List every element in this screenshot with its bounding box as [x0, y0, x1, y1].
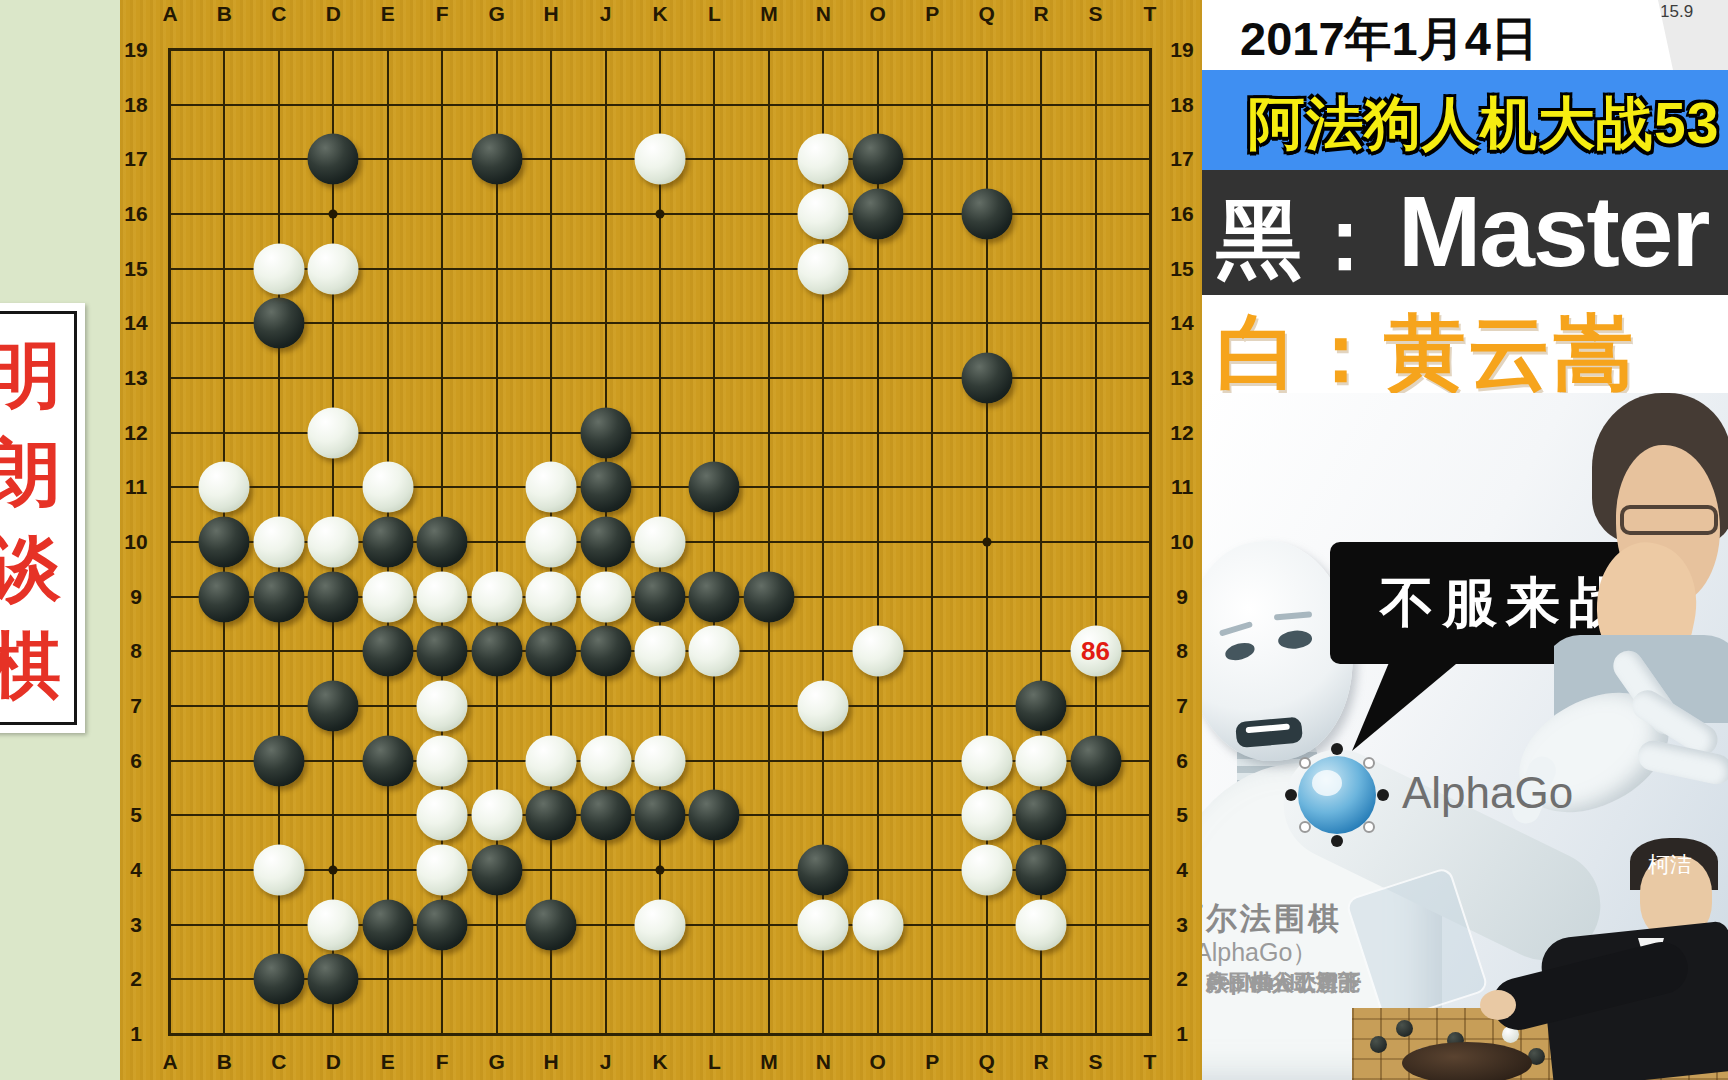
calligraphy-char-1: 明 — [0, 332, 68, 418]
coord-label-top: R — [1019, 2, 1063, 26]
stone-black-E6 — [362, 735, 413, 786]
stone-black-K9 — [634, 571, 685, 622]
coord-label-right: 10 — [1160, 530, 1204, 554]
black-player-row: 黑： Master — [1202, 170, 1728, 295]
alphago-logo-icon — [1285, 743, 1389, 847]
coord-label-bottom: R — [1019, 1050, 1063, 1074]
stone-white-L8 — [689, 626, 740, 677]
coord-label-left: 12 — [114, 421, 158, 445]
coord-label-right: 16 — [1160, 202, 1204, 226]
robot-brow — [1274, 611, 1312, 620]
coord-label-bottom: L — [692, 1050, 736, 1074]
stone-white-G9 — [471, 571, 522, 622]
coord-label-right: 14 — [1160, 311, 1204, 335]
coord-label-right: 2 — [1160, 967, 1204, 991]
coord-label-top: A — [148, 2, 192, 26]
stone-white-K10 — [634, 517, 685, 568]
stone-black-L11 — [689, 462, 740, 513]
caption-heading: 阿尔法围棋 — [1202, 898, 1342, 940]
stone-black-O17 — [852, 134, 903, 185]
stone-white-H6 — [526, 735, 577, 786]
stone-black-J12 — [580, 407, 631, 458]
info-panel: 2017年1月4日 15.9 阿法狗人机大战53 黑： Master 白：黄云嵩 — [1202, 0, 1728, 1080]
photo-area: 不服来战 — [1202, 393, 1728, 1080]
caption-subheading: （AlphaGo） — [1202, 936, 1317, 969]
stone-white-F5 — [417, 790, 468, 841]
stone-black-R4 — [1016, 845, 1067, 896]
logo-dot — [1377, 789, 1389, 801]
match-banner: 阿法狗人机大战53 — [1202, 70, 1728, 170]
match-banner-text: 阿法狗人机大战53 — [1248, 86, 1719, 163]
stone-white-N3 — [798, 899, 849, 950]
coord-label-right: 9 — [1160, 585, 1204, 609]
coord-label-top: T — [1128, 2, 1172, 26]
star-point — [329, 866, 338, 875]
coord-label-top: E — [366, 2, 410, 26]
stone-white-D3 — [308, 899, 359, 950]
coord-label-bottom: C — [257, 1050, 301, 1074]
stone-black-E3 — [362, 899, 413, 950]
stone-black-H3 — [526, 899, 577, 950]
stone-black-N4 — [798, 845, 849, 896]
stone-black-L9 — [689, 571, 740, 622]
stone-white-F7 — [417, 681, 468, 732]
stone-white-E11 — [362, 462, 413, 513]
coord-label-left: 10 — [114, 530, 158, 554]
coord-label-top: L — [692, 2, 736, 26]
coord-label-bottom: D — [311, 1050, 355, 1074]
alphago-logo-text: AlphaGo — [1402, 768, 1573, 818]
coord-label-left: 18 — [114, 93, 158, 117]
stone-white-F9 — [417, 571, 468, 622]
coord-label-left: 13 — [114, 366, 158, 390]
stone-black-D2 — [308, 954, 359, 1005]
stone-white-J6 — [580, 735, 631, 786]
coord-label-top: H — [529, 2, 573, 26]
stone-white-H11 — [526, 462, 577, 513]
stone-white-B11 — [199, 462, 250, 513]
date-text: 2017年1月4日 — [1240, 8, 1538, 71]
stone-white-F6 — [417, 735, 468, 786]
video-frame: 明 朗 谈 棋 AABBCCDDEEFFGGHHJJKKLLMMNNOOPPQQ… — [0, 0, 1728, 1080]
stone-black-O16 — [852, 189, 903, 240]
coord-label-left: 9 — [114, 585, 158, 609]
coord-label-left: 5 — [114, 803, 158, 827]
coord-label-left: 14 — [114, 311, 158, 335]
robot-brow — [1219, 621, 1253, 637]
coord-label-left: 15 — [114, 257, 158, 281]
stone-black-G17 — [471, 134, 522, 185]
stone-black-Q13 — [961, 353, 1012, 404]
coord-label-left: 19 — [114, 38, 158, 62]
coord-label-right: 5 — [1160, 803, 1204, 827]
coord-label-top: F — [420, 2, 464, 26]
speech-bubble-tail — [1352, 659, 1462, 751]
coord-label-top: M — [747, 2, 791, 26]
logo-dot — [1331, 835, 1343, 847]
photo-stone — [1370, 1036, 1387, 1053]
logo-sphere — [1298, 756, 1376, 834]
coord-label-right: 15 — [1160, 257, 1204, 281]
coord-label-top: C — [257, 2, 301, 26]
stone-black-J8 — [580, 626, 631, 677]
coord-label-bottom: G — [475, 1050, 519, 1074]
stone-white-N15 — [798, 243, 849, 294]
coord-label-bottom: O — [856, 1050, 900, 1074]
coord-label-bottom: B — [202, 1050, 246, 1074]
stone-white-O3 — [852, 899, 903, 950]
stone-white-K3 — [634, 899, 685, 950]
coord-label-bottom: N — [801, 1050, 845, 1074]
stone-white-C4 — [253, 845, 304, 896]
logo-highlight — [1312, 770, 1342, 796]
corner-number: 15.9 — [1660, 2, 1693, 22]
glasses — [1620, 505, 1718, 535]
calligraphy-char-3: 谈 — [0, 525, 68, 611]
stone-white-G5 — [471, 790, 522, 841]
date-band: 2017年1月4日 15.9 — [1202, 0, 1728, 70]
coord-label-bottom: E — [366, 1050, 410, 1074]
stone-black-S6 — [1070, 735, 1121, 786]
star-point — [655, 210, 664, 219]
caption-line: eepMind公司开 — [1206, 968, 1361, 997]
coord-label-right: 1 — [1160, 1022, 1204, 1046]
star-point — [655, 866, 664, 875]
stone-black-M9 — [743, 571, 794, 622]
stone-black-F10 — [417, 517, 468, 568]
black-player-prefix: 黑： — [1216, 182, 1388, 299]
coord-label-right: 8 — [1160, 639, 1204, 663]
stone-white-S8: 86 — [1070, 626, 1121, 677]
stone-black-J11 — [580, 462, 631, 513]
stone-white-H10 — [526, 517, 577, 568]
stone-white-O8 — [852, 626, 903, 677]
calligraphy-inner-box: 明 朗 谈 棋 — [0, 311, 77, 725]
coord-label-top: J — [584, 2, 628, 26]
logo-dot — [1363, 821, 1375, 833]
stone-white-H9 — [526, 571, 577, 622]
stone-black-J5 — [580, 790, 631, 841]
coord-label-top: G — [475, 2, 519, 26]
coord-label-left: 1 — [114, 1022, 158, 1046]
coord-label-left: 11 — [114, 475, 158, 499]
stone-black-G4 — [471, 845, 522, 896]
coord-label-right: 7 — [1160, 694, 1204, 718]
coord-label-left: 3 — [114, 913, 158, 937]
coord-label-right: 4 — [1160, 858, 1204, 882]
player-photo-bottom: 柯洁 — [1552, 838, 1728, 1080]
robot-teeth — [1246, 724, 1290, 734]
go-board: AABBCCDDEEFFGGHHJJKKLLMMNNOOPPQQRRSSTT19… — [120, 0, 1202, 1080]
coord-label-top: Q — [965, 2, 1009, 26]
stone-white-E9 — [362, 571, 413, 622]
stone-black-B10 — [199, 517, 250, 568]
photo-stone — [1396, 1020, 1413, 1037]
stone-black-C14 — [253, 298, 304, 349]
black-player-name: Master — [1398, 174, 1708, 289]
coord-label-right: 17 — [1160, 147, 1204, 171]
calligraphy-char-2: 朗 — [0, 429, 68, 515]
stone-white-N16 — [798, 189, 849, 240]
left-calligraphy-strip: 明 朗 谈 棋 — [0, 0, 120, 1080]
coord-label-bottom: T — [1128, 1050, 1172, 1074]
coord-label-bottom: A — [148, 1050, 192, 1074]
stone-black-K5 — [634, 790, 685, 841]
stone-white-K8 — [634, 626, 685, 677]
coord-label-left: 2 — [114, 967, 158, 991]
stone-black-E8 — [362, 626, 413, 677]
coord-label-top: S — [1074, 2, 1118, 26]
stone-black-H8 — [526, 626, 577, 677]
stone-white-F4 — [417, 845, 468, 896]
stone-white-C15 — [253, 243, 304, 294]
stone-black-J10 — [580, 517, 631, 568]
coord-label-bottom: K — [638, 1050, 682, 1074]
coord-label-right: 12 — [1160, 421, 1204, 445]
calligraphy-box: 明 朗 谈 棋 — [0, 303, 85, 733]
stone-white-K6 — [634, 735, 685, 786]
coord-label-left: 6 — [114, 749, 158, 773]
coord-label-left: 17 — [114, 147, 158, 171]
stone-bowl — [1402, 1042, 1532, 1080]
coord-label-top: N — [801, 2, 845, 26]
coord-label-right: 13 — [1160, 366, 1204, 390]
stone-white-Q5 — [961, 790, 1012, 841]
coord-label-bottom: Q — [965, 1050, 1009, 1074]
suit-hand — [1480, 990, 1516, 1020]
stone-white-C10 — [253, 517, 304, 568]
coord-label-top: D — [311, 2, 355, 26]
stone-white-R6 — [1016, 735, 1067, 786]
stone-black-G8 — [471, 626, 522, 677]
coord-label-left: 7 — [114, 694, 158, 718]
logo-dot — [1331, 743, 1343, 755]
stone-white-Q4 — [961, 845, 1012, 896]
coord-label-bottom: J — [584, 1050, 628, 1074]
stone-black-C9 — [253, 571, 304, 622]
calligraphy-char-4: 棋 — [0, 622, 68, 708]
stone-black-F3 — [417, 899, 468, 950]
stone-black-R5 — [1016, 790, 1067, 841]
move-number-label: 86 — [1070, 626, 1121, 677]
coord-label-bottom: S — [1074, 1050, 1118, 1074]
coord-label-right: 18 — [1160, 93, 1204, 117]
stone-white-N7 — [798, 681, 849, 732]
logo-dot — [1285, 789, 1297, 801]
stone-black-H5 — [526, 790, 577, 841]
coord-label-bottom: F — [420, 1050, 464, 1074]
stone-black-Q16 — [961, 189, 1012, 240]
stone-black-R7 — [1016, 681, 1067, 732]
coord-label-right: 11 — [1160, 475, 1204, 499]
coord-label-left: 4 — [114, 858, 158, 882]
stone-black-C6 — [253, 735, 304, 786]
coord-label-top: K — [638, 2, 682, 26]
stone-black-D17 — [308, 134, 359, 185]
coord-label-bottom: H — [529, 1050, 573, 1074]
corner-overlay: 15.9 — [1628, 0, 1728, 70]
stone-white-J9 — [580, 571, 631, 622]
robot-eye — [1277, 629, 1312, 650]
stone-black-F8 — [417, 626, 468, 677]
stone-black-D7 — [308, 681, 359, 732]
stone-white-D12 — [308, 407, 359, 458]
coord-label-top: P — [910, 2, 954, 26]
stone-white-K17 — [634, 134, 685, 185]
stone-white-D10 — [308, 517, 359, 568]
coord-label-top: O — [856, 2, 900, 26]
coord-label-right: 19 — [1160, 38, 1204, 62]
white-player-row: 白：黄云嵩 — [1202, 295, 1728, 393]
coord-label-left: 16 — [114, 202, 158, 226]
stone-black-E10 — [362, 517, 413, 568]
stone-white-N17 — [798, 134, 849, 185]
stone-white-Q6 — [961, 735, 1012, 786]
coord-label-right: 6 — [1160, 749, 1204, 773]
coord-label-bottom: P — [910, 1050, 954, 1074]
stone-white-R3 — [1016, 899, 1067, 950]
stone-black-B9 — [199, 571, 250, 622]
star-point — [982, 538, 991, 547]
coord-label-top: B — [202, 2, 246, 26]
coord-label-left: 8 — [114, 639, 158, 663]
stone-white-D15 — [308, 243, 359, 294]
stone-black-D9 — [308, 571, 359, 622]
coord-label-bottom: M — [747, 1050, 791, 1074]
star-point — [329, 210, 338, 219]
robot-eye — [1223, 640, 1256, 663]
stone-black-L5 — [689, 790, 740, 841]
coord-label-right: 3 — [1160, 913, 1204, 937]
player-name-tag: 柯洁 — [1648, 850, 1692, 880]
stone-black-C2 — [253, 954, 304, 1005]
